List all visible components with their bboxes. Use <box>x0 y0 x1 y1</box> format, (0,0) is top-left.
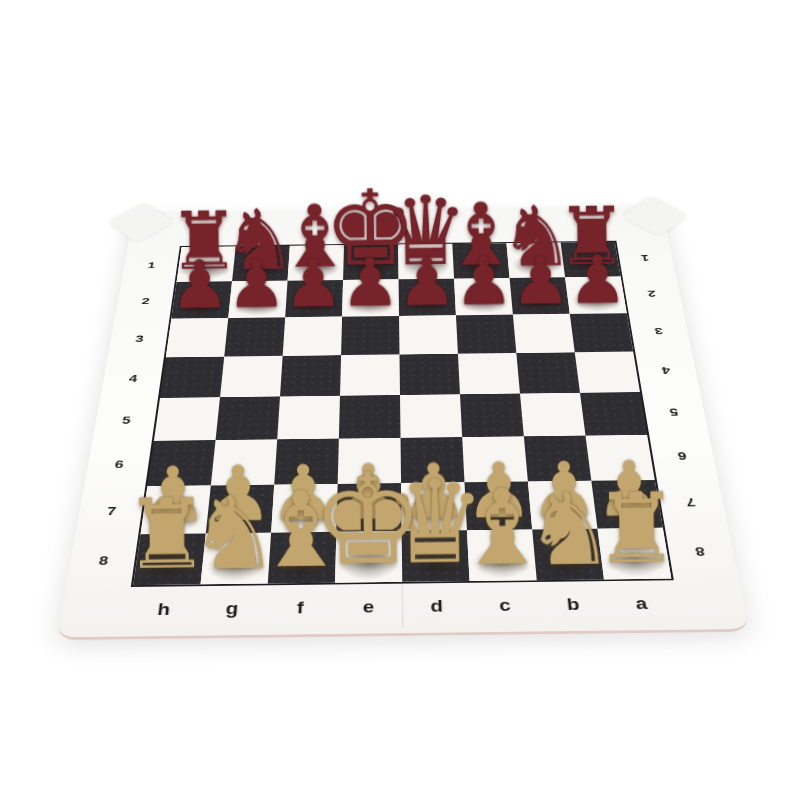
file-label-d: d <box>402 590 471 623</box>
rank-label-left-8: 8 <box>81 534 127 585</box>
square-b2[interactable]: ♟ <box>510 277 570 314</box>
square-d2[interactable]: ♟ <box>399 279 456 316</box>
square-f2[interactable]: ♟ <box>285 280 343 317</box>
square-e4[interactable] <box>340 354 400 395</box>
square-h4[interactable] <box>160 357 224 398</box>
square-e5[interactable] <box>339 395 401 439</box>
rank-label-right-2: 2 <box>633 276 672 313</box>
rank-label-right-8: 8 <box>677 527 724 578</box>
square-b8[interactable]: ♞ <box>532 529 604 581</box>
square-h3[interactable] <box>166 318 228 357</box>
piece-cream-knight[interactable]: ♞ <box>524 480 615 577</box>
square-c3[interactable] <box>456 315 516 354</box>
piece-red-pawn[interactable]: ♟ <box>226 252 286 316</box>
rank-label-right-5: 5 <box>653 391 695 434</box>
rank-label-left-4: 4 <box>113 357 153 398</box>
square-f5[interactable] <box>277 396 340 440</box>
piece-cream-knight[interactable]: ♞ <box>188 484 279 581</box>
mat-corner-flap-left <box>108 202 173 242</box>
rank-label-left-2: 2 <box>127 282 165 319</box>
piece-red-pawn[interactable]: ♟ <box>397 250 457 314</box>
mat-corner-flap-right <box>622 196 687 236</box>
file-labels-bottom: hgfedcba <box>127 587 678 626</box>
square-b4[interactable] <box>516 352 580 393</box>
chess-set-product-photo: ♜♞♝♚♛♝♞♜♟♟♟♟♟♟♟♟♟♟♟♟♟♟♟♟♜♞♝♚♛♝♞♜ 1234567… <box>0 0 800 800</box>
file-label-a: a <box>605 587 678 620</box>
file-label-h: h <box>127 593 199 626</box>
piece-cream-king[interactable]: ♚ <box>311 459 425 579</box>
square-g2[interactable]: ♟ <box>228 281 287 318</box>
square-g3[interactable] <box>224 317 285 356</box>
square-a4[interactable] <box>575 352 640 393</box>
square-a3[interactable] <box>570 313 633 352</box>
piece-red-pawn[interactable]: ♟ <box>170 253 230 317</box>
rank-label-right-1: 1 <box>627 241 665 276</box>
piece-red-pawn[interactable]: ♟ <box>340 250 400 314</box>
square-b3[interactable] <box>513 314 575 353</box>
square-g4[interactable] <box>220 356 283 397</box>
piece-red-pawn[interactable]: ♟ <box>511 248 571 312</box>
square-g8[interactable]: ♞ <box>201 533 272 585</box>
board-perspective-wrapper: ♜♞♝♚♛♝♞♜♟♟♟♟♟♟♟♟♟♟♟♟♟♟♟♟♜♞♝♚♛♝♞♜ 1234567… <box>100 95 700 695</box>
chessboard: ♜♞♝♚♛♝♞♜♟♟♟♟♟♟♟♟♟♟♟♟♟♟♟♟♜♞♝♚♛♝♞♜ <box>133 242 671 585</box>
piece-red-pawn[interactable]: ♟ <box>283 251 343 315</box>
file-label-c: c <box>470 589 540 622</box>
file-label-e: e <box>334 591 403 624</box>
piece-red-pawn[interactable]: ♟ <box>567 248 627 312</box>
square-a5[interactable] <box>580 392 647 436</box>
square-g5[interactable] <box>216 396 280 440</box>
square-h2[interactable]: ♟ <box>171 281 232 318</box>
vinyl-chessboard-mat: ♜♞♝♚♛♝♞♜♟♟♟♟♟♟♟♟♟♟♟♟♟♟♟♟♜♞♝♚♛♝♞♜ 1234567… <box>56 208 749 640</box>
file-label-g: g <box>196 592 267 625</box>
square-c2[interactable]: ♟ <box>454 278 513 315</box>
square-a2[interactable]: ♟ <box>565 277 627 314</box>
file-label-b: b <box>538 588 610 621</box>
square-b5[interactable] <box>520 393 586 437</box>
rank-label-left-3: 3 <box>120 319 159 358</box>
square-e8[interactable]: ♚ <box>335 531 402 583</box>
square-d4[interactable] <box>400 354 460 395</box>
rank-label-right-4: 4 <box>646 351 687 392</box>
piece-red-pawn[interactable]: ♟ <box>454 249 514 313</box>
rank-label-right-3: 3 <box>639 313 679 352</box>
square-c5[interactable] <box>460 394 524 438</box>
square-d3[interactable] <box>399 315 458 354</box>
square-c4[interactable] <box>458 353 520 394</box>
square-f4[interactable] <box>280 355 341 396</box>
square-e3[interactable] <box>341 316 399 355</box>
square-e2[interactable]: ♟ <box>342 279 399 316</box>
rank-label-left-5: 5 <box>106 398 147 441</box>
square-d5[interactable] <box>400 394 462 438</box>
square-h5[interactable] <box>154 397 220 441</box>
rank-label-left-1: 1 <box>133 247 170 282</box>
file-label-f: f <box>265 591 335 624</box>
square-f3[interactable] <box>283 317 342 356</box>
